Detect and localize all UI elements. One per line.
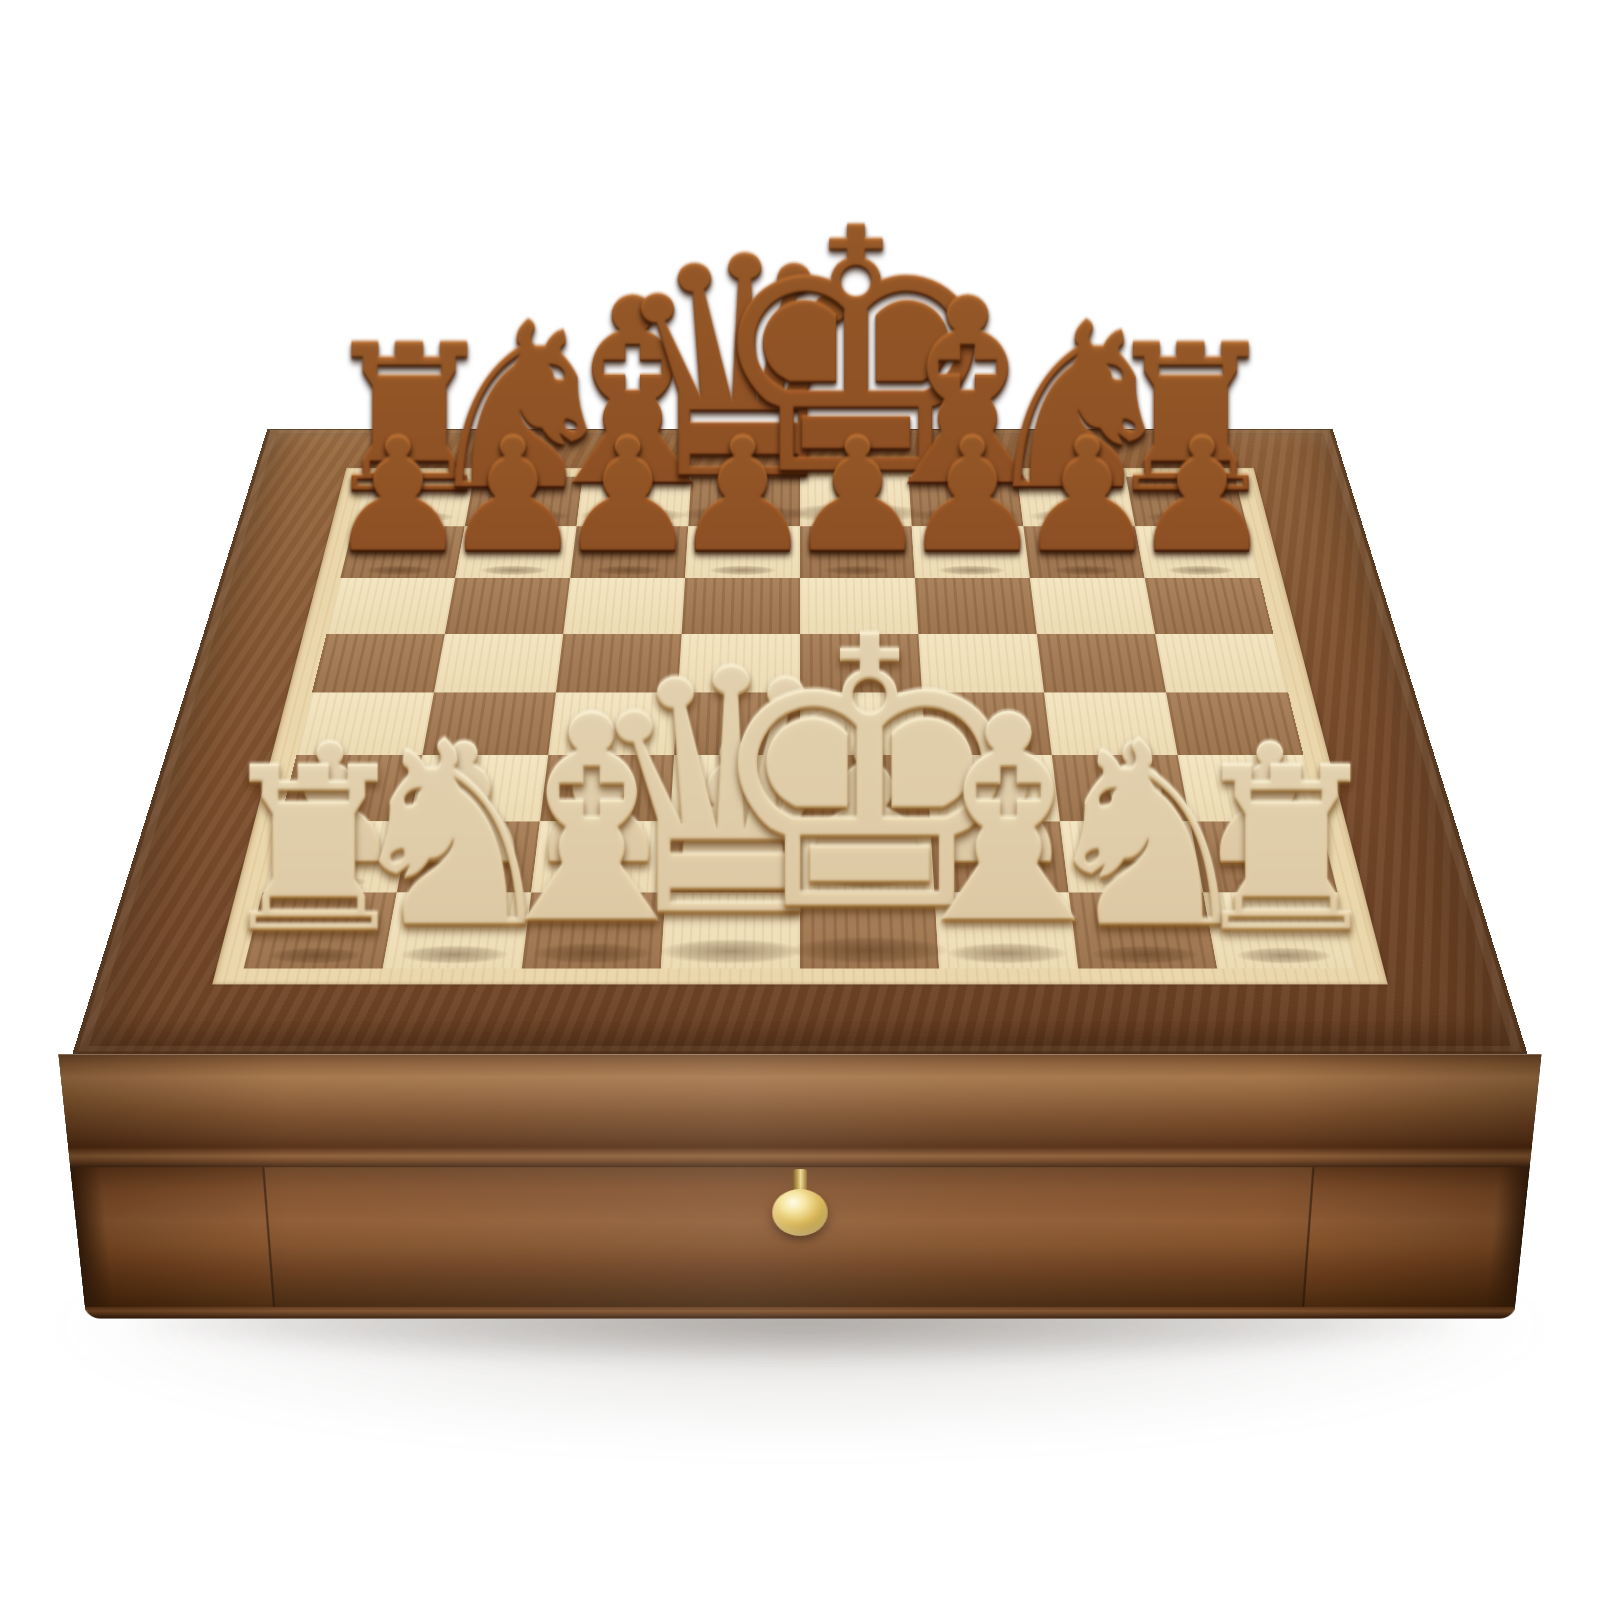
storage-drawer[interactable]: [262, 1167, 1314, 1307]
brass-drawer-knob-icon[interactable]: [772, 1189, 828, 1236]
white-rook-icon: ♜: [1184, 737, 1388, 965]
square-h6[interactable]: [1145, 578, 1274, 633]
chess-cabinet: ♜♞♝♛♚♝♞♜♟♟♟♟♟♟♟♟♟♟♟♟♟♟♟♟♜♞♝♛♚♝♞♜: [72, 429, 1527, 1055]
frame-edge-moulding: [58, 1054, 1542, 1167]
square-h7[interactable]: ♟: [1135, 526, 1260, 578]
chess-board[interactable]: ♜♞♝♛♚♝♞♜♟♟♟♟♟♟♟♟♟♟♟♟♟♟♟♟♜♞♝♛♚♝♞♜: [244, 477, 1357, 969]
square-h1[interactable]: ♜: [1203, 893, 1356, 969]
square-g7[interactable]: ♟: [1023, 526, 1144, 578]
square-h5[interactable]: [1155, 634, 1288, 693]
square-b6[interactable]: [445, 578, 570, 633]
square-a5[interactable]: [312, 634, 445, 693]
product-photo-scene: ♜♞♝♛♚♝♞♜♟♟♟♟♟♟♟♟♟♟♟♟♟♟♟♟♜♞♝♛♚♝♞♜: [0, 0, 1600, 1600]
cabinet-front: [58, 1054, 1542, 1319]
square-a6[interactable]: [327, 578, 456, 633]
square-g6[interactable]: [1030, 578, 1155, 633]
camera-viewport: ♜♞♝♛♚♝♞♜♟♟♟♟♟♟♟♟♟♟♟♟♟♟♟♟♜♞♝♛♚♝♞♜: [0, 0, 1600, 1600]
base-moulding: [85, 1307, 1516, 1319]
black-pawn-icon: ♟: [1130, 416, 1273, 576]
